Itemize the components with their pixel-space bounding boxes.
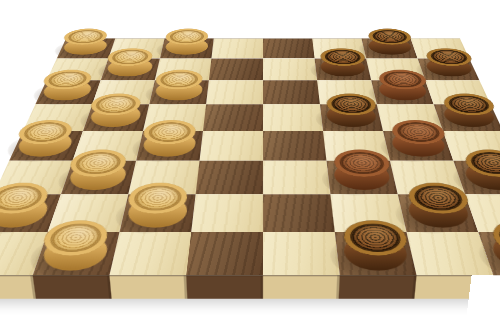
checker-light[interactable] <box>126 197 189 229</box>
square-d4[interactable] <box>203 104 263 131</box>
square-c3[interactable] <box>149 80 209 104</box>
checkers-board <box>0 39 500 276</box>
square-f4[interactable] <box>320 104 383 131</box>
square-g5[interactable] <box>383 131 453 161</box>
square-d3[interactable] <box>206 80 263 104</box>
checker-dark[interactable] <box>404 197 471 229</box>
square-f2[interactable] <box>315 58 372 80</box>
square-g1[interactable] <box>361 39 417 59</box>
square-a5[interactable] <box>9 131 83 161</box>
square-d5[interactable] <box>200 131 263 161</box>
square-e3[interactable] <box>263 80 320 104</box>
square-b6[interactable] <box>61 161 136 194</box>
checker-light[interactable] <box>154 82 204 102</box>
square-e1[interactable] <box>263 39 315 59</box>
checker-light[interactable] <box>0 197 54 229</box>
checker-light[interactable] <box>40 235 112 271</box>
checker-dark[interactable] <box>341 235 409 271</box>
square-e5[interactable] <box>263 131 326 161</box>
checker-light[interactable] <box>142 133 198 158</box>
checker-dark[interactable] <box>376 82 428 102</box>
checker-dark[interactable] <box>325 106 378 128</box>
square-c1[interactable] <box>160 39 214 59</box>
square-h4[interactable] <box>434 104 500 131</box>
checker-light[interactable] <box>16 133 78 158</box>
square-f6[interactable] <box>326 161 397 194</box>
checker-dark[interactable] <box>319 60 366 78</box>
checker-dark[interactable] <box>332 163 391 191</box>
square-a1[interactable] <box>57 39 115 59</box>
square-d7[interactable] <box>191 194 263 232</box>
checker-light[interactable] <box>68 163 131 191</box>
square-e7[interactable] <box>263 194 335 232</box>
square-b2[interactable] <box>101 58 160 80</box>
square-d6[interactable] <box>196 161 263 194</box>
board-front-edge <box>0 275 500 299</box>
square-e2[interactable] <box>263 58 317 80</box>
checker-light[interactable] <box>106 60 155 78</box>
checker-light[interactable] <box>41 82 95 102</box>
checker-dark[interactable] <box>439 106 497 128</box>
checker-dark[interactable] <box>485 235 500 271</box>
square-h2[interactable] <box>418 58 480 80</box>
checker-dark[interactable] <box>389 133 448 158</box>
square-e8[interactable] <box>263 232 340 275</box>
board-grid <box>0 39 500 276</box>
square-d8[interactable] <box>186 232 263 275</box>
square-c5[interactable] <box>136 131 203 161</box>
square-c8[interactable] <box>109 232 191 275</box>
square-f8[interactable] <box>335 232 417 275</box>
square-d2[interactable] <box>209 58 263 80</box>
checker-dark[interactable] <box>366 40 413 57</box>
square-c7[interactable] <box>119 194 195 232</box>
checker-light[interactable] <box>89 106 144 128</box>
square-b4[interactable] <box>83 104 149 131</box>
square-g3[interactable] <box>371 80 433 104</box>
square-b8[interactable] <box>33 232 120 275</box>
scene <box>0 0 500 333</box>
checker-dark[interactable] <box>423 60 474 78</box>
checker-light[interactable] <box>165 40 210 57</box>
checker-dark[interactable] <box>460 163 500 191</box>
square-d1[interactable] <box>211 39 263 59</box>
checker-light[interactable] <box>62 40 111 57</box>
square-a3[interactable] <box>35 80 100 104</box>
square-g7[interactable] <box>398 194 479 232</box>
square-e6[interactable] <box>263 161 330 194</box>
square-e4[interactable] <box>263 104 323 131</box>
